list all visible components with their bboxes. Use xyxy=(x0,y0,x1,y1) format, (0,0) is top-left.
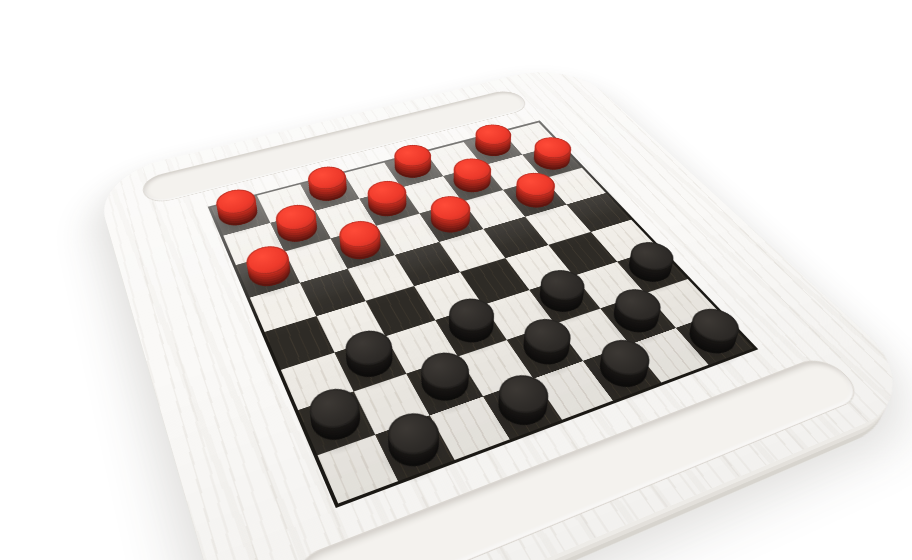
black-piece[interactable] xyxy=(515,327,576,371)
black-piece[interactable] xyxy=(305,397,367,448)
red-piece[interactable] xyxy=(273,214,322,247)
black-piece[interactable] xyxy=(621,251,679,288)
perspective-scene xyxy=(0,0,912,560)
red-piece[interactable] xyxy=(389,154,436,182)
red-piece[interactable] xyxy=(214,199,261,231)
red-piece[interactable] xyxy=(335,230,386,265)
red-piece[interactable] xyxy=(425,205,476,238)
black-piece[interactable] xyxy=(341,339,400,384)
black-piece[interactable] xyxy=(414,361,476,408)
black-piece[interactable] xyxy=(681,317,745,360)
red-piece[interactable] xyxy=(528,147,577,175)
red-piece[interactable] xyxy=(304,176,351,206)
red-piece[interactable] xyxy=(448,168,497,197)
black-piece[interactable] xyxy=(605,298,666,339)
black-piece[interactable] xyxy=(382,421,447,475)
red-piece[interactable] xyxy=(244,255,296,292)
black-piece[interactable] xyxy=(491,383,556,433)
red-piece[interactable] xyxy=(509,182,560,213)
black-piece[interactable] xyxy=(592,348,656,394)
red-piece[interactable] xyxy=(469,134,516,161)
black-piece[interactable] xyxy=(442,307,500,349)
black-piece[interactable] xyxy=(533,279,591,318)
photo-stage xyxy=(0,0,912,560)
red-piece[interactable] xyxy=(363,190,412,221)
checkers-board xyxy=(93,62,912,560)
